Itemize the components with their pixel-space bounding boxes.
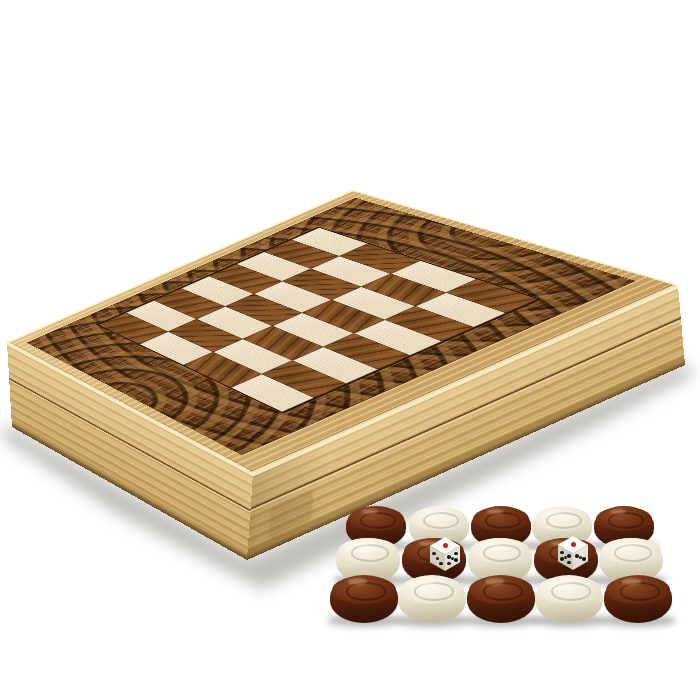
checker-groove <box>423 512 459 529</box>
die-pip <box>567 561 571 565</box>
checker-groove <box>360 512 396 529</box>
checker-hi <box>485 578 504 584</box>
checker-groove <box>414 582 455 600</box>
checker-white-row3-pos4 <box>535 575 603 623</box>
checker-groove <box>485 512 521 529</box>
die-pip <box>567 554 571 558</box>
die-pip <box>439 562 443 566</box>
die-pip <box>443 543 448 548</box>
checker-white-row3-pos2 <box>398 575 466 623</box>
die-pip <box>571 542 576 547</box>
checker-groove <box>614 544 653 562</box>
die-pip <box>582 557 586 561</box>
die-pip <box>454 552 458 556</box>
die-pip <box>454 558 458 562</box>
checker-hi <box>416 578 435 584</box>
checker-brown-row3-pos3 <box>467 575 535 623</box>
die-2 <box>558 536 588 570</box>
die-1 <box>430 537 460 571</box>
checker-hi <box>622 578 641 584</box>
product-photo-stage <box>0 0 700 700</box>
checker-groove <box>546 512 582 529</box>
checker-hi <box>553 578 572 584</box>
checker-groove <box>483 544 522 562</box>
checker-groove <box>346 582 387 600</box>
checker-groove <box>351 544 390 562</box>
checker-groove <box>608 512 644 529</box>
checker-groove <box>551 582 592 600</box>
checker-brown-row3-pos5 <box>604 575 672 623</box>
checker-groove <box>483 582 524 600</box>
checker-hi <box>348 578 367 584</box>
checker-groove <box>620 582 661 600</box>
checker-brown-row3-pos1 <box>330 575 398 623</box>
